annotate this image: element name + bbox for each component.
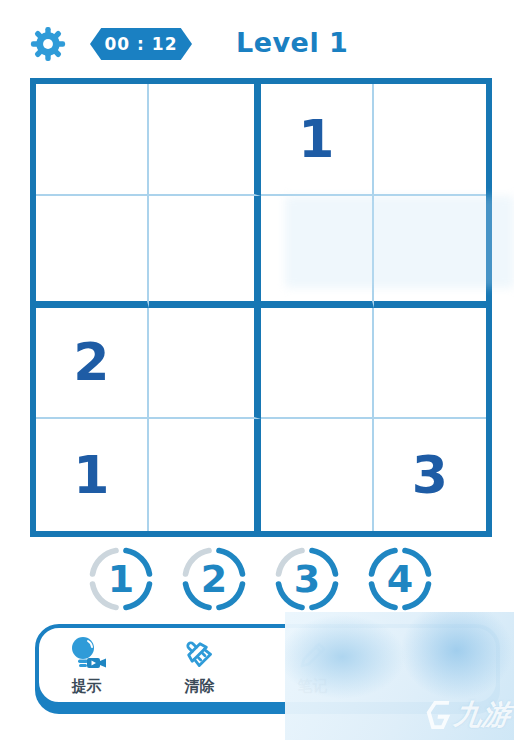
- number-button-3[interactable]: 3: [274, 546, 340, 612]
- bottom-toolbar: 提示 清除 笔记: [35, 624, 500, 706]
- clear-button[interactable]: 清除: [162, 635, 237, 696]
- number-button-2[interactable]: 2: [181, 546, 247, 612]
- cell-r1c1[interactable]: [36, 84, 149, 196]
- hint-button[interactable]: 提示: [49, 635, 124, 696]
- notes-button[interactable]: 笔记: [275, 635, 350, 696]
- settings-gear-icon[interactable]: [30, 26, 66, 62]
- cell-r4c2[interactable]: [149, 419, 262, 531]
- timer-value: 00 : 12: [105, 34, 178, 54]
- sudoku-app-screen: 00 : 12 Level 1 1213 1234 提示: [0, 0, 514, 740]
- cell-r4c3[interactable]: [261, 419, 374, 531]
- cell-r3c3[interactable]: [261, 308, 374, 420]
- cell-r2c4[interactable]: [374, 196, 487, 308]
- cell-r2c2[interactable]: [149, 196, 262, 308]
- notes-label: 笔记: [298, 677, 328, 696]
- number-buttons: 1234: [88, 546, 433, 612]
- sudoku-grid: 1213: [30, 78, 492, 537]
- cell-r4c4[interactable]: 3: [374, 419, 487, 531]
- cell-r1c4[interactable]: [374, 84, 487, 196]
- cell-r1c3[interactable]: 1: [261, 84, 374, 196]
- clear-label: 清除: [185, 677, 215, 696]
- cell-r3c2[interactable]: [149, 308, 262, 420]
- cell-r2c1[interactable]: [36, 196, 149, 308]
- cell-r3c1[interactable]: 2: [36, 308, 149, 420]
- hint-lightbulb-video-icon: [67, 635, 107, 675]
- level-title: Level 1: [236, 27, 348, 58]
- notes-pencil-icon: [293, 635, 333, 675]
- number-button-1[interactable]: 1: [88, 546, 154, 612]
- hint-label: 提示: [72, 677, 102, 696]
- number-button-4[interactable]: 4: [367, 546, 433, 612]
- timer-badge: 00 : 12: [90, 28, 192, 60]
- cell-r4c1[interactable]: 1: [36, 419, 149, 531]
- cell-r1c2[interactable]: [149, 84, 262, 196]
- clear-broom-icon: [180, 635, 220, 675]
- cell-r3c4[interactable]: [374, 308, 487, 420]
- cell-r2c3[interactable]: [261, 196, 374, 308]
